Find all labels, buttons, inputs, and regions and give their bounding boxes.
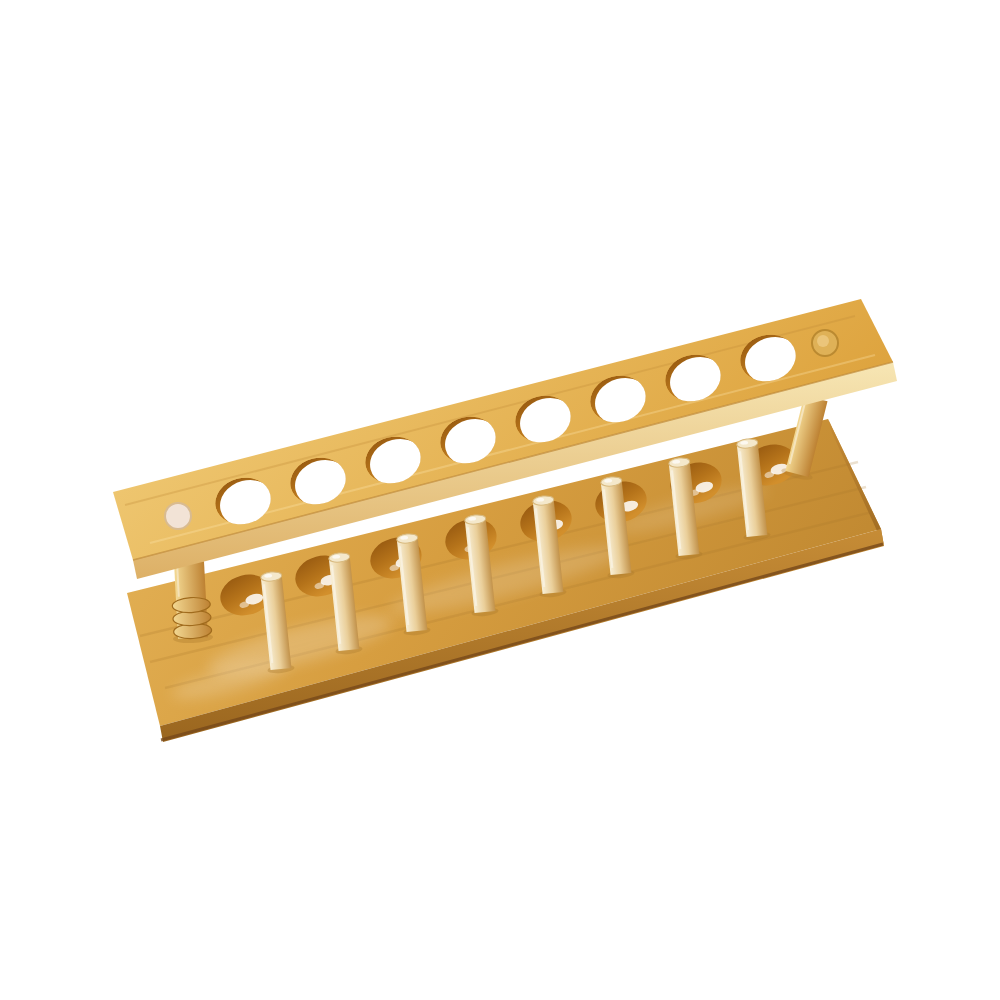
test-tube-rack xyxy=(0,0,1000,1000)
product-photo xyxy=(0,0,1000,1000)
dowel-pin-left xyxy=(165,503,191,529)
dowel-pin-right xyxy=(812,330,838,356)
